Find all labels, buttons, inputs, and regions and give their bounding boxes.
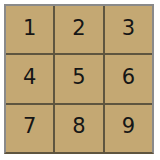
cell-r3c3[interactable]: 9: [105, 105, 152, 152]
cell-r1c1[interactable]: 1: [6, 6, 53, 53]
cell-r2c2[interactable]: 5: [55, 55, 102, 102]
cell-r2c1[interactable]: 4: [6, 55, 53, 102]
cell-r3c1[interactable]: 7: [6, 105, 53, 152]
number-grid-board: 1 2 3 4 5 6 7 8 9: [4, 4, 154, 154]
page-background: 1 2 3 4 5 6 7 8 9: [0, 0, 160, 160]
cell-r1c2[interactable]: 2: [55, 6, 102, 53]
cell-r2c3[interactable]: 6: [105, 55, 152, 102]
cell-r1c3[interactable]: 3: [105, 6, 152, 53]
cell-r3c2[interactable]: 8: [55, 105, 102, 152]
